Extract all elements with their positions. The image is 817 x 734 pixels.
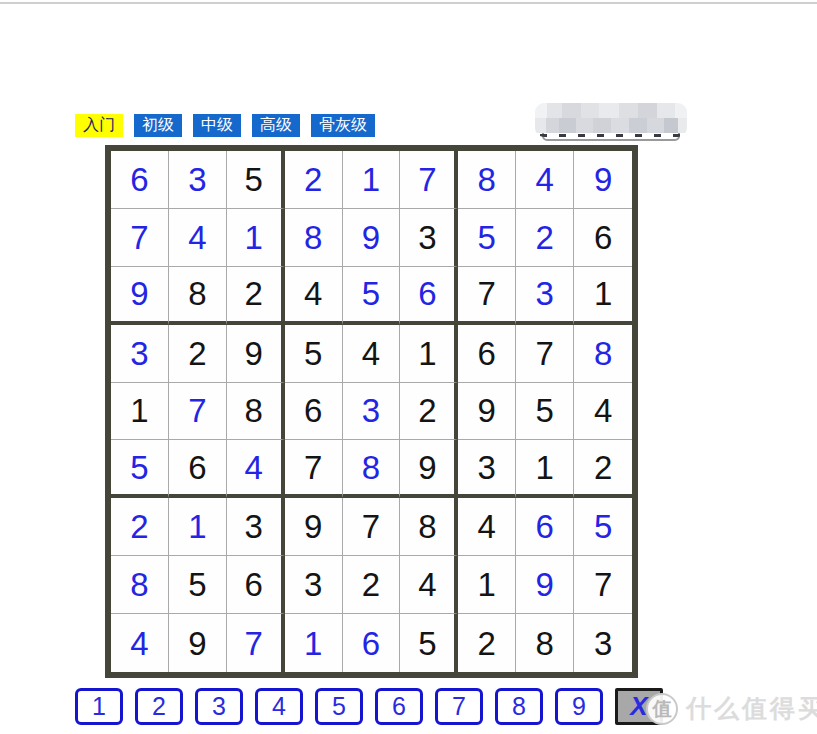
cell-r2c9[interactable]: 6	[574, 209, 632, 267]
cell-r4c9[interactable]: 8	[574, 325, 632, 383]
cell-r1c6[interactable]: 7	[400, 151, 458, 209]
numpad-8[interactable]: 8	[495, 688, 543, 725]
cell-r4c5[interactable]: 4	[343, 325, 401, 383]
cell-r3c1[interactable]: 9	[111, 267, 169, 325]
cell-r4c6[interactable]: 1	[400, 325, 458, 383]
cell-r9c6[interactable]: 5	[400, 614, 458, 672]
mosaic-row	[535, 118, 687, 133]
cell-r4c2[interactable]: 2	[169, 325, 227, 383]
cell-r2c2[interactable]: 4	[169, 209, 227, 267]
numpad-1[interactable]: 1	[75, 688, 123, 725]
cell-r5c9[interactable]: 4	[574, 383, 632, 441]
cell-r3c6[interactable]: 6	[400, 267, 458, 325]
cell-r2c6[interactable]: 3	[400, 209, 458, 267]
cell-r8c2[interactable]: 5	[169, 556, 227, 614]
cell-r7c7[interactable]: 4	[458, 498, 516, 556]
cell-r6c1[interactable]: 5	[111, 440, 169, 498]
watermark-text: 什么值得买	[686, 692, 817, 725]
cell-r2c5[interactable]: 9	[343, 209, 401, 267]
cell-r7c8[interactable]: 6	[516, 498, 574, 556]
cell-r6c2[interactable]: 6	[169, 440, 227, 498]
cell-r1c2[interactable]: 3	[169, 151, 227, 209]
mosaic-row	[535, 103, 687, 118]
numpad-6[interactable]: 6	[375, 688, 423, 725]
cell-r5c3[interactable]: 8	[227, 383, 285, 441]
cell-r3c3[interactable]: 2	[227, 267, 285, 325]
cell-r1c4[interactable]: 2	[285, 151, 343, 209]
cell-r9c4[interactable]: 1	[285, 614, 343, 672]
numpad-clear-button[interactable]: X	[615, 688, 663, 725]
cell-r7c4[interactable]: 9	[285, 498, 343, 556]
cell-r3c4[interactable]: 4	[285, 267, 343, 325]
cell-r2c3[interactable]: 1	[227, 209, 285, 267]
cell-r1c3[interactable]: 5	[227, 151, 285, 209]
mosaic-censor-overlay	[535, 103, 687, 137]
cell-r4c7[interactable]: 6	[458, 325, 516, 383]
cell-r3c5[interactable]: 5	[343, 267, 401, 325]
cell-r8c9[interactable]: 7	[574, 556, 632, 614]
cell-r7c1[interactable]: 2	[111, 498, 169, 556]
numpad-2[interactable]: 2	[135, 688, 183, 725]
cell-r7c3[interactable]: 3	[227, 498, 285, 556]
cell-r7c2[interactable]: 1	[169, 498, 227, 556]
cell-r8c6[interactable]: 4	[400, 556, 458, 614]
cell-r9c3[interactable]: 7	[227, 614, 285, 672]
top-divider	[0, 2, 817, 4]
cell-r4c8[interactable]: 7	[516, 325, 574, 383]
cell-r6c8[interactable]: 1	[516, 440, 574, 498]
cell-r7c5[interactable]: 7	[343, 498, 401, 556]
cell-r1c8[interactable]: 4	[516, 151, 574, 209]
cell-r9c7[interactable]: 2	[458, 614, 516, 672]
cell-r8c5[interactable]: 2	[343, 556, 401, 614]
numpad-4[interactable]: 4	[255, 688, 303, 725]
tab-advanced[interactable]: 高级	[252, 114, 300, 137]
numpad-3[interactable]: 3	[195, 688, 243, 725]
cell-r7c9[interactable]: 5	[574, 498, 632, 556]
sudoku-board: 6352178497418935269824567313295416781786…	[105, 145, 638, 678]
cell-r6c5[interactable]: 8	[343, 440, 401, 498]
mosaic-text-remnants	[540, 134, 681, 137]
cell-r9c8[interactable]: 8	[516, 614, 574, 672]
cell-r3c2[interactable]: 8	[169, 267, 227, 325]
numpad-9[interactable]: 9	[555, 688, 603, 725]
cell-r6c9[interactable]: 2	[574, 440, 632, 498]
tab-intro[interactable]: 入门	[75, 114, 123, 137]
cell-r1c5[interactable]: 1	[343, 151, 401, 209]
sudoku-page: 入门初级中级高级骨灰级 6352178497418935269824567313…	[0, 0, 817, 734]
cell-r2c8[interactable]: 2	[516, 209, 574, 267]
cell-r3c9[interactable]: 1	[574, 267, 632, 325]
cell-r8c4[interactable]: 3	[285, 556, 343, 614]
cell-r6c4[interactable]: 7	[285, 440, 343, 498]
cell-r9c9[interactable]: 3	[574, 614, 632, 672]
cell-r5c5[interactable]: 3	[343, 383, 401, 441]
cell-r3c8[interactable]: 3	[516, 267, 574, 325]
numpad-5[interactable]: 5	[315, 688, 363, 725]
cell-r2c4[interactable]: 8	[285, 209, 343, 267]
cell-r6c3[interactable]: 4	[227, 440, 285, 498]
cell-r4c1[interactable]: 3	[111, 325, 169, 383]
numpad-7[interactable]: 7	[435, 688, 483, 725]
number-pad: 123456789X	[75, 688, 663, 725]
cell-r5c8[interactable]: 5	[516, 383, 574, 441]
cell-r2c1[interactable]: 7	[111, 209, 169, 267]
cell-r9c1[interactable]: 4	[111, 614, 169, 672]
cell-r5c6[interactable]: 2	[400, 383, 458, 441]
cell-r8c8[interactable]: 9	[516, 556, 574, 614]
cell-r5c2[interactable]: 7	[169, 383, 227, 441]
cell-r8c3[interactable]: 6	[227, 556, 285, 614]
cell-r2c7[interactable]: 5	[458, 209, 516, 267]
cell-r8c1[interactable]: 8	[111, 556, 169, 614]
cell-r8c7[interactable]: 1	[458, 556, 516, 614]
cell-r6c6[interactable]: 9	[400, 440, 458, 498]
cell-r1c9[interactable]: 9	[574, 151, 632, 209]
cell-r4c4[interactable]: 5	[285, 325, 343, 383]
tab-intermediate[interactable]: 中级	[193, 114, 241, 137]
cell-r7c6[interactable]: 8	[400, 498, 458, 556]
cell-r5c1[interactable]: 1	[111, 383, 169, 441]
smzdm-watermark: 值 什么值得买	[646, 692, 817, 725]
cell-r1c7[interactable]: 8	[458, 151, 516, 209]
tab-beginner[interactable]: 初级	[134, 114, 182, 137]
cell-r5c7[interactable]: 9	[458, 383, 516, 441]
difficulty-tabs: 入门初级中级高级骨灰级	[75, 114, 375, 137]
cell-r6c7[interactable]: 3	[458, 440, 516, 498]
cell-r3c7[interactable]: 7	[458, 267, 516, 325]
tab-expert[interactable]: 骨灰级	[311, 114, 375, 137]
cell-r4c3[interactable]: 9	[227, 325, 285, 383]
cell-r9c2[interactable]: 9	[169, 614, 227, 672]
cell-r9c5[interactable]: 6	[343, 614, 401, 672]
cell-r1c1[interactable]: 6	[111, 151, 169, 209]
cell-r5c4[interactable]: 6	[285, 383, 343, 441]
